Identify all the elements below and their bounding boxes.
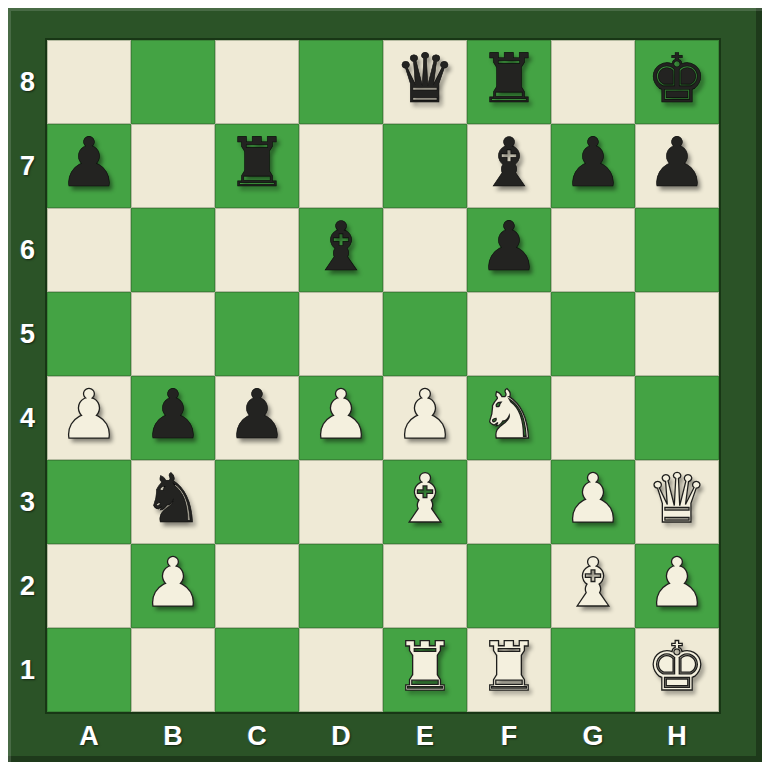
white-pawn[interactable]: ♟ bbox=[647, 549, 708, 617]
file-label-a: A bbox=[79, 721, 99, 752]
rank-label-3: 3 bbox=[20, 487, 35, 518]
square-e6[interactable] bbox=[383, 208, 467, 292]
file-label-d: D bbox=[331, 721, 351, 752]
square-h8[interactable]: ♚ bbox=[635, 40, 719, 124]
square-e4[interactable]: ♟ bbox=[383, 376, 467, 460]
white-king[interactable]: ♚ bbox=[647, 633, 708, 701]
square-a2[interactable] bbox=[47, 544, 131, 628]
black-pawn[interactable]: ♟ bbox=[479, 213, 540, 281]
square-b3[interactable]: ♞ bbox=[131, 460, 215, 544]
square-b2[interactable]: ♟ bbox=[131, 544, 215, 628]
square-f1[interactable]: ♜ bbox=[467, 628, 551, 712]
square-h2[interactable]: ♟ bbox=[635, 544, 719, 628]
square-h4[interactable] bbox=[635, 376, 719, 460]
chess-board[interactable]: ♛♜♚♟♜♝♟♟♝♟♟♟♟♟♟♞♞♝♟♛♟♝♟♜♜♚ bbox=[45, 38, 721, 714]
black-king[interactable]: ♚ bbox=[647, 45, 708, 113]
file-label-e: E bbox=[416, 721, 434, 752]
rank-label-7: 7 bbox=[20, 151, 35, 182]
square-b7[interactable] bbox=[131, 124, 215, 208]
rank-labels: 87654321 bbox=[8, 40, 47, 712]
square-b1[interactable] bbox=[131, 628, 215, 712]
square-c4[interactable]: ♟ bbox=[215, 376, 299, 460]
square-h6[interactable] bbox=[635, 208, 719, 292]
black-rook[interactable]: ♜ bbox=[479, 45, 540, 113]
square-h1[interactable]: ♚ bbox=[635, 628, 719, 712]
white-pawn[interactable]: ♟ bbox=[311, 381, 372, 449]
square-g7[interactable]: ♟ bbox=[551, 124, 635, 208]
white-pawn[interactable]: ♟ bbox=[563, 465, 624, 533]
rank-label-5: 5 bbox=[20, 319, 35, 350]
square-a5[interactable] bbox=[47, 292, 131, 376]
file-label-c: C bbox=[247, 721, 267, 752]
square-g4[interactable] bbox=[551, 376, 635, 460]
white-pawn[interactable]: ♟ bbox=[143, 549, 204, 617]
white-bishop[interactable]: ♝ bbox=[395, 465, 456, 533]
square-h3[interactable]: ♛ bbox=[635, 460, 719, 544]
square-c3[interactable] bbox=[215, 460, 299, 544]
square-c5[interactable] bbox=[215, 292, 299, 376]
square-b8[interactable] bbox=[131, 40, 215, 124]
board-frame: 87654321 ♛♜♚♟♜♝♟♟♝♟♟♟♟♟♟♞♞♝♟♛♟♝♟♜♜♚ ABCD… bbox=[8, 8, 762, 762]
square-d7[interactable] bbox=[299, 124, 383, 208]
file-label-f: F bbox=[501, 721, 518, 752]
square-d2[interactable] bbox=[299, 544, 383, 628]
rank-label-8: 8 bbox=[20, 67, 35, 98]
square-d3[interactable] bbox=[299, 460, 383, 544]
square-f5[interactable] bbox=[467, 292, 551, 376]
square-a6[interactable] bbox=[47, 208, 131, 292]
square-e2[interactable] bbox=[383, 544, 467, 628]
square-b5[interactable] bbox=[131, 292, 215, 376]
file-labels: ABCDEFGH bbox=[47, 714, 719, 758]
square-g5[interactable] bbox=[551, 292, 635, 376]
rank-label-4: 4 bbox=[20, 403, 35, 434]
square-f3[interactable] bbox=[467, 460, 551, 544]
square-g2[interactable]: ♝ bbox=[551, 544, 635, 628]
white-rook[interactable]: ♜ bbox=[395, 633, 456, 701]
square-a4[interactable]: ♟ bbox=[47, 376, 131, 460]
file-label-h: H bbox=[667, 721, 687, 752]
square-d1[interactable] bbox=[299, 628, 383, 712]
black-bishop[interactable]: ♝ bbox=[479, 129, 540, 197]
square-b4[interactable]: ♟ bbox=[131, 376, 215, 460]
file-label-g: G bbox=[582, 721, 603, 752]
file-label-b: B bbox=[163, 721, 183, 752]
square-c1[interactable] bbox=[215, 628, 299, 712]
white-rook[interactable]: ♜ bbox=[479, 633, 540, 701]
square-d8[interactable] bbox=[299, 40, 383, 124]
square-g8[interactable] bbox=[551, 40, 635, 124]
white-queen[interactable]: ♛ bbox=[647, 465, 708, 533]
square-d6[interactable]: ♝ bbox=[299, 208, 383, 292]
square-f4[interactable]: ♞ bbox=[467, 376, 551, 460]
black-pawn[interactable]: ♟ bbox=[563, 129, 624, 197]
square-f8[interactable]: ♜ bbox=[467, 40, 551, 124]
square-e5[interactable] bbox=[383, 292, 467, 376]
rank-label-2: 2 bbox=[20, 571, 35, 602]
black-pawn[interactable]: ♟ bbox=[59, 129, 120, 197]
black-rook[interactable]: ♜ bbox=[227, 129, 288, 197]
square-b6[interactable] bbox=[131, 208, 215, 292]
square-g6[interactable] bbox=[551, 208, 635, 292]
square-c7[interactable]: ♜ bbox=[215, 124, 299, 208]
square-g1[interactable] bbox=[551, 628, 635, 712]
square-d5[interactable] bbox=[299, 292, 383, 376]
square-e3[interactable]: ♝ bbox=[383, 460, 467, 544]
square-h5[interactable] bbox=[635, 292, 719, 376]
square-a8[interactable] bbox=[47, 40, 131, 124]
square-f7[interactable]: ♝ bbox=[467, 124, 551, 208]
square-e1[interactable]: ♜ bbox=[383, 628, 467, 712]
square-e7[interactable] bbox=[383, 124, 467, 208]
black-pawn[interactable]: ♟ bbox=[647, 129, 708, 197]
rank-label-1: 1 bbox=[20, 655, 35, 686]
square-f6[interactable]: ♟ bbox=[467, 208, 551, 292]
square-d4[interactable]: ♟ bbox=[299, 376, 383, 460]
black-pawn[interactable]: ♟ bbox=[227, 381, 288, 449]
square-c2[interactable] bbox=[215, 544, 299, 628]
square-f2[interactable] bbox=[467, 544, 551, 628]
white-pawn[interactable]: ♟ bbox=[395, 381, 456, 449]
white-knight[interactable]: ♞ bbox=[479, 381, 540, 449]
chess-diagram: 87654321 ♛♜♚♟♜♝♟♟♝♟♟♟♟♟♟♞♞♝♟♛♟♝♟♜♜♚ ABCD… bbox=[0, 0, 770, 770]
white-pawn[interactable]: ♟ bbox=[59, 381, 120, 449]
black-queen[interactable]: ♛ bbox=[395, 45, 456, 113]
square-g3[interactable]: ♟ bbox=[551, 460, 635, 544]
square-a3[interactable] bbox=[47, 460, 131, 544]
black-bishop[interactable]: ♝ bbox=[311, 213, 372, 281]
black-pawn[interactable]: ♟ bbox=[143, 381, 204, 449]
square-c8[interactable] bbox=[215, 40, 299, 124]
rank-label-6: 6 bbox=[20, 235, 35, 266]
square-a1[interactable] bbox=[47, 628, 131, 712]
white-bishop[interactable]: ♝ bbox=[563, 549, 624, 617]
square-h7[interactable]: ♟ bbox=[635, 124, 719, 208]
square-c6[interactable] bbox=[215, 208, 299, 292]
black-knight[interactable]: ♞ bbox=[143, 465, 204, 533]
square-e8[interactable]: ♛ bbox=[383, 40, 467, 124]
square-a7[interactable]: ♟ bbox=[47, 124, 131, 208]
